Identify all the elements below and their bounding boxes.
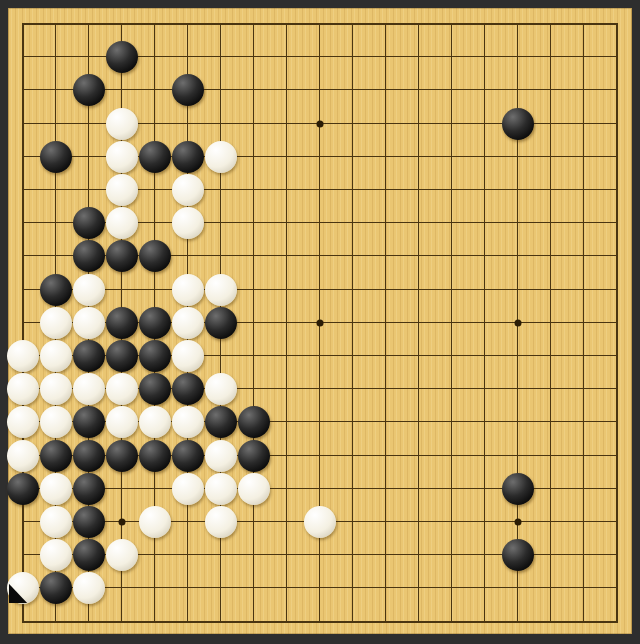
grid-vline [484, 23, 485, 623]
white-stone[interactable] [106, 406, 138, 438]
black-stone[interactable] [73, 406, 105, 438]
grid-vline [352, 23, 353, 623]
white-stone[interactable] [205, 473, 237, 505]
white-stone[interactable] [40, 473, 72, 505]
star-point [317, 319, 324, 326]
black-stone[interactable] [40, 274, 72, 306]
black-stone[interactable] [73, 340, 105, 372]
white-stone[interactable] [172, 340, 204, 372]
grid-vline [22, 23, 24, 623]
white-stone[interactable] [139, 406, 171, 438]
black-stone[interactable] [172, 373, 204, 405]
black-stone[interactable] [106, 240, 138, 272]
black-stone[interactable] [40, 440, 72, 472]
white-stone[interactable] [205, 440, 237, 472]
grid-vline [418, 23, 419, 623]
white-stone[interactable] [238, 473, 270, 505]
last-move-triangle-marker [9, 582, 29, 603]
grid-hline [22, 587, 618, 588]
white-stone[interactable] [7, 373, 39, 405]
white-stone[interactable] [40, 340, 72, 372]
white-stone[interactable] [172, 307, 204, 339]
black-stone[interactable] [106, 307, 138, 339]
black-stone[interactable] [7, 473, 39, 505]
grid-vline [253, 23, 254, 623]
grid-vline [616, 23, 618, 623]
black-stone[interactable] [172, 74, 204, 106]
black-stone[interactable] [106, 340, 138, 372]
white-stone[interactable] [7, 406, 39, 438]
black-stone[interactable] [40, 141, 72, 173]
star-point [119, 519, 126, 526]
grid-hline [22, 89, 618, 90]
black-stone[interactable] [139, 240, 171, 272]
black-stone[interactable] [172, 141, 204, 173]
black-stone[interactable] [40, 572, 72, 604]
black-stone[interactable] [502, 539, 534, 571]
grid-vline [451, 23, 452, 623]
white-stone[interactable] [172, 473, 204, 505]
white-stone[interactable] [172, 174, 204, 206]
black-stone[interactable] [238, 406, 270, 438]
white-stone[interactable] [106, 207, 138, 239]
black-stone[interactable] [73, 74, 105, 106]
white-stone[interactable] [73, 572, 105, 604]
black-stone[interactable] [139, 340, 171, 372]
white-stone[interactable] [106, 141, 138, 173]
white-stone[interactable] [205, 274, 237, 306]
black-stone[interactable] [205, 307, 237, 339]
white-stone[interactable] [304, 506, 336, 538]
white-stone[interactable] [40, 539, 72, 571]
grid-vline [550, 23, 551, 623]
black-stone[interactable] [205, 406, 237, 438]
white-stone[interactable] [106, 174, 138, 206]
grid-hline [22, 289, 618, 290]
white-stone[interactable] [172, 207, 204, 239]
white-stone[interactable] [40, 506, 72, 538]
white-stone[interactable] [139, 506, 171, 538]
black-stone[interactable] [502, 473, 534, 505]
black-stone[interactable] [106, 440, 138, 472]
black-stone[interactable] [139, 440, 171, 472]
white-stone[interactable] [40, 406, 72, 438]
white-stone[interactable] [7, 440, 39, 472]
white-stone[interactable] [205, 141, 237, 173]
black-stone[interactable] [238, 440, 270, 472]
grid-vline [583, 23, 584, 623]
black-stone[interactable] [73, 240, 105, 272]
black-stone[interactable] [139, 141, 171, 173]
white-stone[interactable] [40, 373, 72, 405]
board-frame [0, 0, 640, 644]
white-stone[interactable] [172, 274, 204, 306]
black-stone[interactable] [172, 440, 204, 472]
black-stone[interactable] [139, 307, 171, 339]
white-stone[interactable] [106, 539, 138, 571]
black-stone[interactable] [73, 440, 105, 472]
grid-vline [286, 23, 287, 623]
star-point [317, 120, 324, 127]
grid-hline [22, 621, 618, 623]
white-stone[interactable] [205, 373, 237, 405]
grid-vline [385, 23, 386, 623]
grid-hline [22, 23, 618, 25]
black-stone[interactable] [106, 41, 138, 73]
white-stone[interactable] [73, 307, 105, 339]
white-stone[interactable] [73, 373, 105, 405]
star-point [515, 519, 522, 526]
black-stone[interactable] [139, 373, 171, 405]
black-stone[interactable] [73, 207, 105, 239]
white-stone[interactable] [205, 506, 237, 538]
white-stone[interactable] [172, 406, 204, 438]
black-stone[interactable] [73, 539, 105, 571]
white-stone[interactable] [40, 307, 72, 339]
white-stone[interactable] [7, 340, 39, 372]
white-stone[interactable] [73, 274, 105, 306]
black-stone[interactable] [73, 506, 105, 538]
black-stone[interactable] [73, 473, 105, 505]
white-stone[interactable] [7, 572, 39, 604]
white-stone[interactable] [106, 108, 138, 140]
go-board[interactable] [8, 8, 632, 634]
star-point [515, 319, 522, 326]
black-stone[interactable] [502, 108, 534, 140]
white-stone[interactable] [106, 373, 138, 405]
